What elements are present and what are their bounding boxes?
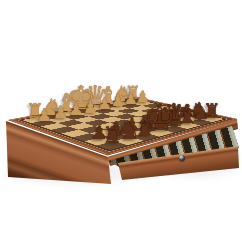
chess-set-photo: ♜♞♝♛♚♝♞♜♟♟♟♟♟♟♟♟♟♟♟♟♟♟♟♟♜♞♝♛♚♝♞♜: [0, 0, 242, 242]
drawer-knob-icon[interactable]: [179, 155, 185, 161]
